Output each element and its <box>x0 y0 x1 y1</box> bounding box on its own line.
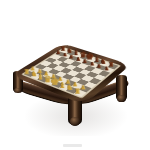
product-photo-scene: ♜♞♝♛♚♝♞♜♟♟♟♟♟♟♟♟♟♟♟♟♟♟♟♟♜♞♝♛♚♝♞♜ <box>0 0 150 150</box>
square-d1: ♛ <box>44 78 57 85</box>
square-g8: ♞ <box>100 61 111 67</box>
square-g7: ♟ <box>95 65 107 71</box>
piece-white-pawn: ♟ <box>45 74 62 80</box>
watermark <box>63 144 82 147</box>
piece-white-rook: ♜ <box>19 69 36 76</box>
square-h8: ♜ <box>107 64 118 70</box>
table-leg-right <box>116 75 127 101</box>
piece-white-pawn: ♟ <box>24 66 41 72</box>
square-b4 <box>47 63 59 69</box>
